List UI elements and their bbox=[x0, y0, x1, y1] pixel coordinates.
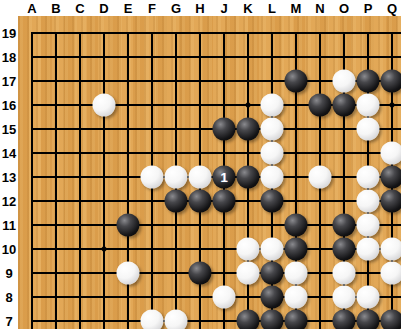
stone-P11[interactable] bbox=[357, 214, 380, 237]
stone-J12[interactable] bbox=[213, 190, 236, 213]
stone-P13[interactable] bbox=[357, 166, 380, 189]
row-label-15: 15 bbox=[2, 122, 16, 137]
stone-O16[interactable] bbox=[333, 94, 356, 117]
stone-L15[interactable] bbox=[261, 118, 284, 141]
stone-Q10[interactable] bbox=[381, 238, 401, 261]
stone-J13[interactable]: 1 bbox=[213, 166, 236, 189]
stone-P12[interactable] bbox=[357, 190, 380, 213]
grid-line-vertical-C bbox=[79, 32, 81, 329]
stone-F13[interactable] bbox=[141, 166, 164, 189]
column-label-N: N bbox=[315, 1, 324, 16]
row-label-11: 11 bbox=[2, 218, 16, 233]
stone-E9[interactable] bbox=[117, 262, 140, 285]
stone-L12[interactable] bbox=[261, 190, 284, 213]
stone-L9[interactable] bbox=[261, 262, 284, 285]
stone-H13[interactable] bbox=[189, 166, 212, 189]
stone-M9[interactable] bbox=[285, 262, 308, 285]
row-label-8: 8 bbox=[5, 290, 12, 305]
stone-P15[interactable] bbox=[357, 118, 380, 141]
stone-K9[interactable] bbox=[237, 262, 260, 285]
grid-line-horizontal-19 bbox=[31, 32, 401, 34]
stone-M17[interactable] bbox=[285, 70, 308, 93]
stone-Q9[interactable] bbox=[381, 262, 401, 285]
stone-P17[interactable] bbox=[357, 70, 380, 93]
stone-O10[interactable] bbox=[333, 238, 356, 261]
stone-Q14[interactable] bbox=[381, 142, 401, 165]
stone-K15[interactable] bbox=[237, 118, 260, 141]
row-label-12: 12 bbox=[2, 194, 16, 209]
stone-M8[interactable] bbox=[285, 286, 308, 309]
column-label-F: F bbox=[148, 1, 156, 16]
stone-M11[interactable] bbox=[285, 214, 308, 237]
stone-L13[interactable] bbox=[261, 166, 284, 189]
stone-L10[interactable] bbox=[261, 238, 284, 261]
stone-M10[interactable] bbox=[285, 238, 308, 261]
column-label-C: C bbox=[75, 1, 84, 16]
stone-M7[interactable] bbox=[285, 310, 308, 329]
column-label-D: D bbox=[99, 1, 108, 16]
row-label-14: 14 bbox=[2, 146, 16, 161]
row-label-10: 10 bbox=[2, 242, 16, 257]
row-label-18: 18 bbox=[2, 50, 16, 65]
stone-K13[interactable] bbox=[237, 166, 260, 189]
stone-O8[interactable] bbox=[333, 286, 356, 309]
column-label-B: B bbox=[51, 1, 60, 16]
stone-E11[interactable] bbox=[117, 214, 140, 237]
row-label-19: 19 bbox=[2, 26, 16, 41]
stone-N13[interactable] bbox=[309, 166, 332, 189]
stone-Q13[interactable] bbox=[381, 166, 401, 189]
stone-J15[interactable] bbox=[213, 118, 236, 141]
grid-line-vertical-D bbox=[103, 32, 105, 329]
row-label-17: 17 bbox=[2, 74, 16, 89]
stone-K10[interactable] bbox=[237, 238, 260, 261]
stone-L16[interactable] bbox=[261, 94, 284, 117]
stone-D16[interactable] bbox=[93, 94, 116, 117]
row-label-16: 16 bbox=[2, 98, 16, 113]
column-label-H: H bbox=[195, 1, 204, 16]
column-label-L: L bbox=[268, 1, 276, 16]
stone-L7[interactable] bbox=[261, 310, 284, 329]
stone-O9[interactable] bbox=[333, 262, 356, 285]
stone-H9[interactable] bbox=[189, 262, 212, 285]
stone-O11[interactable] bbox=[333, 214, 356, 237]
stone-Q17[interactable] bbox=[381, 70, 401, 93]
grid-line-horizontal-14 bbox=[31, 152, 401, 154]
stone-O17[interactable] bbox=[333, 70, 356, 93]
column-label-P: P bbox=[364, 1, 373, 16]
column-label-E: E bbox=[124, 1, 133, 16]
column-label-Q: Q bbox=[387, 1, 397, 16]
stone-G13[interactable] bbox=[165, 166, 188, 189]
stone-F7[interactable] bbox=[141, 310, 164, 329]
row-label-13: 13 bbox=[2, 170, 16, 185]
stone-Q7[interactable] bbox=[381, 310, 401, 329]
stone-L14[interactable] bbox=[261, 142, 284, 165]
stone-P7[interactable] bbox=[357, 310, 380, 329]
column-label-K: K bbox=[243, 1, 252, 16]
stone-P8[interactable] bbox=[357, 286, 380, 309]
grid-line-vertical-B bbox=[55, 32, 57, 329]
column-label-J: J bbox=[220, 1, 227, 16]
stone-P10[interactable] bbox=[357, 238, 380, 261]
stone-G12[interactable] bbox=[165, 190, 188, 213]
move-number-marker: 1 bbox=[220, 171, 227, 184]
grid-line-vertical-A bbox=[31, 32, 33, 329]
column-label-M: M bbox=[291, 1, 302, 16]
go-board-screenshot: ABCDEFGHJKLMNOPQ191817161514131211109871 bbox=[0, 0, 401, 329]
stone-G7[interactable] bbox=[165, 310, 188, 329]
row-label-9: 9 bbox=[5, 266, 12, 281]
row-label-7: 7 bbox=[5, 314, 12, 329]
stone-Q12[interactable] bbox=[381, 190, 401, 213]
stone-O7[interactable] bbox=[333, 310, 356, 329]
stone-J8[interactable] bbox=[213, 286, 236, 309]
stone-N16[interactable] bbox=[309, 94, 332, 117]
stone-H12[interactable] bbox=[189, 190, 212, 213]
grid-line-horizontal-18 bbox=[31, 56, 401, 58]
column-label-O: O bbox=[339, 1, 349, 16]
stone-K7[interactable] bbox=[237, 310, 260, 329]
column-label-A: A bbox=[27, 1, 36, 16]
stone-L8[interactable] bbox=[261, 286, 284, 309]
stone-P16[interactable] bbox=[357, 94, 380, 117]
column-label-G: G bbox=[171, 1, 181, 16]
